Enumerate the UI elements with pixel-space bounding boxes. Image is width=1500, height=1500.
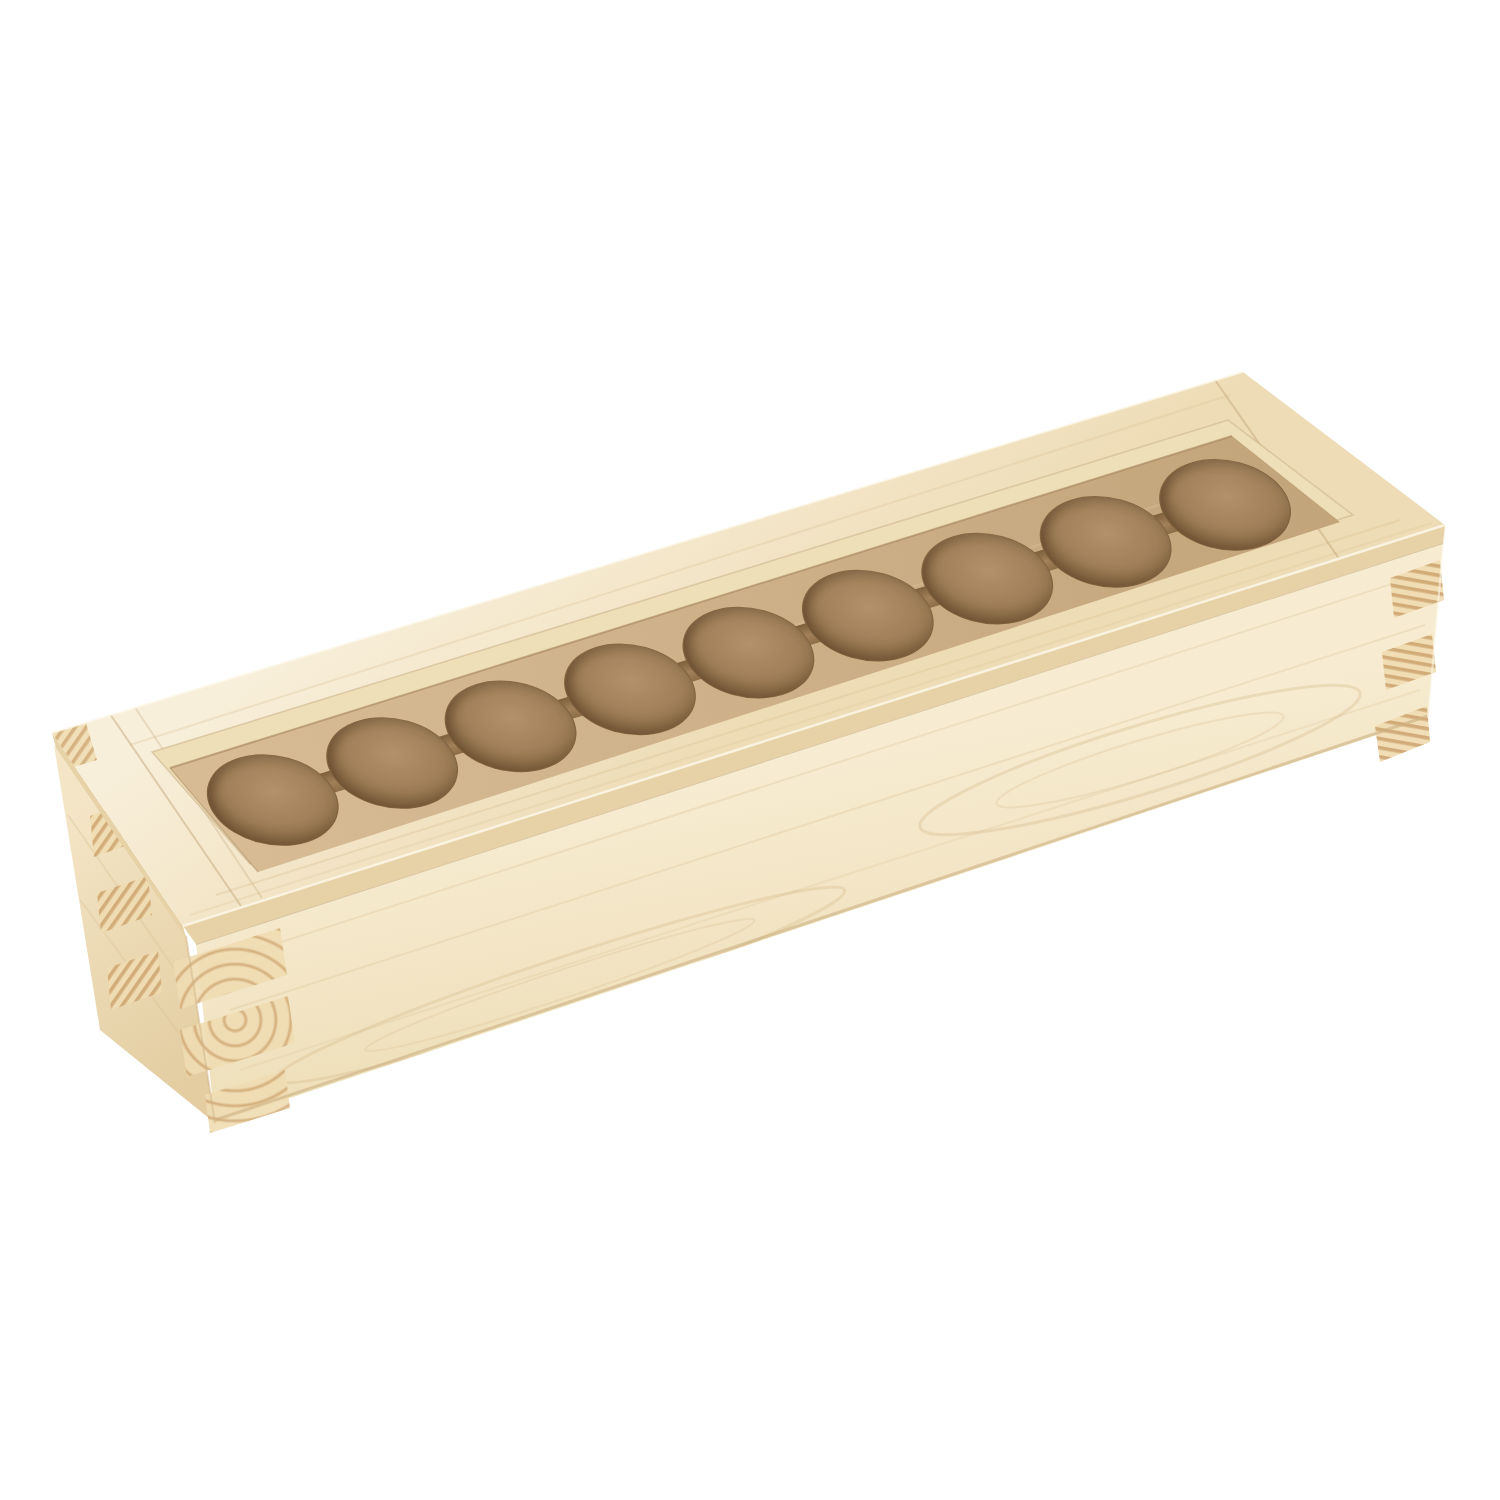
wooden-box (0, 0, 1500, 1500)
product-photo-stage (0, 0, 1500, 1500)
